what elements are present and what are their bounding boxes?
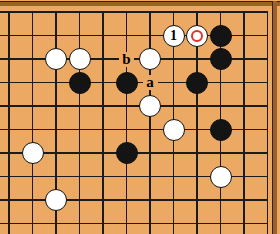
intersection[interactable] <box>91 212 115 234</box>
white-stone <box>210 166 232 188</box>
intersection[interactable] <box>21 188 45 212</box>
intersection[interactable] <box>21 118 45 142</box>
intersection[interactable] <box>68 94 92 118</box>
intersection[interactable] <box>21 141 45 165</box>
intersection[interactable] <box>115 94 139 118</box>
marked-stone-circle-icon <box>191 30 203 42</box>
intersection[interactable] <box>138 165 162 189</box>
white-stone <box>163 119 185 141</box>
black-stone <box>186 72 208 94</box>
intersection[interactable] <box>209 94 233 118</box>
intersection[interactable] <box>68 141 92 165</box>
intersection[interactable] <box>0 47 21 71</box>
board-edge-top <box>0 1 280 6</box>
intersection[interactable] <box>185 212 209 234</box>
intersection[interactable] <box>68 212 92 234</box>
intersection[interactable] <box>232 94 256 118</box>
black-stone <box>210 119 232 141</box>
intersection[interactable] <box>68 118 92 142</box>
intersection[interactable] <box>209 71 233 95</box>
intersection[interactable] <box>115 141 139 165</box>
intersection[interactable] <box>91 71 115 95</box>
intersection[interactable] <box>232 165 256 189</box>
move-number-label: 1 <box>170 29 177 43</box>
board-grid: 1ba <box>0 0 279 234</box>
intersection[interactable] <box>91 47 115 71</box>
white-stone <box>139 48 161 70</box>
intersection[interactable] <box>115 165 139 189</box>
intersection[interactable]: a <box>138 71 162 95</box>
intersection[interactable] <box>162 165 186 189</box>
intersection[interactable] <box>209 118 233 142</box>
intersection[interactable] <box>91 165 115 189</box>
intersection[interactable] <box>21 165 45 189</box>
intersection[interactable] <box>44 118 68 142</box>
intersection[interactable] <box>0 118 21 142</box>
intersection[interactable]: b <box>115 47 139 71</box>
intersection[interactable] <box>44 24 68 48</box>
intersection[interactable] <box>185 71 209 95</box>
black-stone <box>210 48 232 70</box>
go-board[interactable]: 1ba <box>0 0 280 234</box>
intersection[interactable] <box>91 24 115 48</box>
intersection[interactable] <box>21 47 45 71</box>
intersection[interactable] <box>115 188 139 212</box>
intersection[interactable] <box>21 94 45 118</box>
intersection[interactable] <box>232 212 256 234</box>
intersection[interactable] <box>115 118 139 142</box>
intersection[interactable] <box>162 47 186 71</box>
intersection[interactable] <box>185 188 209 212</box>
intersection[interactable] <box>68 188 92 212</box>
intersection[interactable] <box>68 24 92 48</box>
intersection[interactable] <box>162 212 186 234</box>
intersection[interactable] <box>138 141 162 165</box>
intersection[interactable] <box>115 24 139 48</box>
point-label-b: b <box>119 52 134 67</box>
intersection[interactable] <box>138 188 162 212</box>
white-stone <box>22 142 44 164</box>
intersection[interactable] <box>209 24 233 48</box>
intersection[interactable] <box>185 24 209 48</box>
intersection[interactable] <box>232 47 256 71</box>
black-stone <box>116 142 138 164</box>
intersection[interactable] <box>162 71 186 95</box>
intersection[interactable] <box>162 141 186 165</box>
white-stone <box>69 48 91 70</box>
intersection[interactable] <box>44 212 68 234</box>
intersection[interactable] <box>232 71 256 95</box>
intersection[interactable] <box>185 118 209 142</box>
intersection[interactable] <box>209 165 233 189</box>
intersection[interactable]: 1 <box>162 24 186 48</box>
black-stone <box>69 72 91 94</box>
intersection[interactable] <box>115 212 139 234</box>
intersection[interactable] <box>21 71 45 95</box>
intersection[interactable] <box>44 47 68 71</box>
white-stone: 1 <box>163 25 185 47</box>
intersection[interactable] <box>0 165 21 189</box>
intersection[interactable] <box>0 188 21 212</box>
intersection[interactable] <box>21 24 45 48</box>
intersection[interactable] <box>91 94 115 118</box>
black-stone <box>210 25 232 47</box>
intersection[interactable] <box>44 71 68 95</box>
intersection[interactable] <box>21 212 45 234</box>
intersection[interactable] <box>162 118 186 142</box>
point-label-a: a <box>143 75 158 90</box>
intersection[interactable] <box>138 47 162 71</box>
intersection[interactable] <box>209 188 233 212</box>
intersection[interactable] <box>209 47 233 71</box>
intersection[interactable] <box>44 188 68 212</box>
intersection[interactable] <box>232 118 256 142</box>
intersection[interactable] <box>232 24 256 48</box>
white-stone <box>45 48 67 70</box>
intersection[interactable] <box>209 141 233 165</box>
intersection[interactable] <box>232 188 256 212</box>
intersection[interactable] <box>91 188 115 212</box>
intersection[interactable] <box>185 47 209 71</box>
intersection[interactable] <box>44 141 68 165</box>
intersection[interactable] <box>0 71 21 95</box>
intersection[interactable] <box>232 141 256 165</box>
white-stone <box>45 189 67 211</box>
intersection[interactable] <box>44 165 68 189</box>
intersection[interactable] <box>138 24 162 48</box>
intersection[interactable] <box>68 47 92 71</box>
intersection[interactable] <box>0 141 21 165</box>
intersection[interactable] <box>185 94 209 118</box>
intersection[interactable] <box>0 24 21 48</box>
white-stone <box>139 95 161 117</box>
white-stone <box>186 25 208 47</box>
intersection[interactable] <box>0 212 21 234</box>
intersection[interactable] <box>68 165 92 189</box>
intersection[interactable] <box>0 94 21 118</box>
intersection[interactable] <box>138 94 162 118</box>
intersection[interactable] <box>185 165 209 189</box>
intersection[interactable] <box>91 118 115 142</box>
black-stone <box>116 72 138 94</box>
intersection[interactable] <box>91 141 115 165</box>
intersection[interactable] <box>44 94 68 118</box>
board-edge-right <box>272 1 277 234</box>
intersection[interactable] <box>162 188 186 212</box>
intersection[interactable] <box>185 141 209 165</box>
intersection[interactable] <box>138 212 162 234</box>
intersection[interactable] <box>68 71 92 95</box>
intersection[interactable] <box>162 94 186 118</box>
intersection[interactable] <box>115 71 139 95</box>
intersection[interactable] <box>138 118 162 142</box>
intersection[interactable] <box>209 212 233 234</box>
